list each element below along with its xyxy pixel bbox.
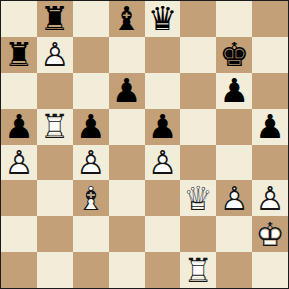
- black-bishop-piece[interactable]: ♝: [109, 1, 145, 37]
- white-rook-piece[interactable]: ♜♖: [180, 252, 216, 288]
- piece-outline: ♙: [1, 145, 37, 181]
- square-g4[interactable]: [216, 145, 252, 181]
- square-a4[interactable]: ♟♙: [1, 145, 37, 181]
- square-f8[interactable]: [180, 1, 216, 37]
- piece-solid: ♜: [1, 37, 37, 73]
- white-queen-piece[interactable]: ♛♕: [180, 180, 216, 216]
- square-b4[interactable]: [37, 145, 73, 181]
- square-a7[interactable]: ♜: [1, 37, 37, 73]
- square-e4[interactable]: ♟♙: [145, 145, 181, 181]
- piece-outline: ♙: [37, 37, 73, 73]
- square-g3[interactable]: ♟♙: [216, 180, 252, 216]
- piece-solid: ♟: [145, 109, 181, 145]
- piece-outline: ♙: [216, 180, 252, 216]
- piece-outline: ♕: [180, 180, 216, 216]
- square-d7[interactable]: [109, 37, 145, 73]
- piece-outline: ♙: [73, 145, 109, 181]
- square-h4[interactable]: [252, 145, 288, 181]
- square-a8[interactable]: [1, 1, 37, 37]
- square-b3[interactable]: [37, 180, 73, 216]
- square-b2[interactable]: [37, 216, 73, 252]
- piece-outline: ♖: [37, 109, 73, 145]
- piece-solid: ♟: [216, 73, 252, 109]
- square-g2[interactable]: [216, 216, 252, 252]
- square-a1[interactable]: [1, 252, 37, 288]
- square-h5[interactable]: ♟: [252, 109, 288, 145]
- square-h8[interactable]: [252, 1, 288, 37]
- square-f5[interactable]: [180, 109, 216, 145]
- square-h7[interactable]: [252, 37, 288, 73]
- white-pawn-piece[interactable]: ♟♙: [73, 145, 109, 181]
- chess-board: ♜♝♛♜♟♙♚♟♟♟♜♖♟♟♟♟♙♟♙♟♙♝♗♛♕♟♙♟♙♚♔♜♖: [0, 0, 289, 289]
- square-g5[interactable]: [216, 109, 252, 145]
- white-pawn-piece[interactable]: ♟♙: [145, 145, 181, 181]
- white-pawn-piece[interactable]: ♟♙: [37, 37, 73, 73]
- square-c8[interactable]: [73, 1, 109, 37]
- piece-solid: ♜: [37, 1, 73, 37]
- square-a5[interactable]: ♟: [1, 109, 37, 145]
- piece-outline: ♙: [252, 180, 288, 216]
- white-king-piece[interactable]: ♚♔: [252, 216, 288, 252]
- black-rook-piece[interactable]: ♜: [37, 1, 73, 37]
- square-c4[interactable]: ♟♙: [73, 145, 109, 181]
- piece-outline: ♖: [180, 252, 216, 288]
- square-b7[interactable]: ♟♙: [37, 37, 73, 73]
- white-pawn-piece[interactable]: ♟♙: [1, 145, 37, 181]
- square-f6[interactable]: [180, 73, 216, 109]
- square-e1[interactable]: [145, 252, 181, 288]
- square-b6[interactable]: [37, 73, 73, 109]
- square-f1[interactable]: ♜♖: [180, 252, 216, 288]
- square-e7[interactable]: [145, 37, 181, 73]
- square-c1[interactable]: [73, 252, 109, 288]
- white-bishop-piece[interactable]: ♝♗: [73, 180, 109, 216]
- square-a3[interactable]: [1, 180, 37, 216]
- square-b5[interactable]: ♜♖: [37, 109, 73, 145]
- black-pawn-piece[interactable]: ♟: [216, 73, 252, 109]
- piece-solid: ♝: [109, 1, 145, 37]
- square-d5[interactable]: [109, 109, 145, 145]
- square-b1[interactable]: [37, 252, 73, 288]
- white-rook-piece[interactable]: ♜♖: [37, 109, 73, 145]
- piece-solid: ♟: [252, 109, 288, 145]
- square-a6[interactable]: [1, 73, 37, 109]
- black-pawn-piece[interactable]: ♟: [1, 109, 37, 145]
- square-b8[interactable]: ♜: [37, 1, 73, 37]
- black-pawn-piece[interactable]: ♟: [252, 109, 288, 145]
- piece-solid: ♛: [145, 1, 181, 37]
- square-f3[interactable]: ♛♕: [180, 180, 216, 216]
- square-c7[interactable]: [73, 37, 109, 73]
- square-e2[interactable]: [145, 216, 181, 252]
- square-a2[interactable]: [1, 216, 37, 252]
- piece-solid: ♟: [1, 109, 37, 145]
- square-h1[interactable]: [252, 252, 288, 288]
- black-king-piece[interactable]: ♚: [216, 37, 252, 73]
- black-pawn-piece[interactable]: ♟: [73, 109, 109, 145]
- square-d1[interactable]: [109, 252, 145, 288]
- piece-solid: ♟: [109, 73, 145, 109]
- square-c3[interactable]: ♝♗: [73, 180, 109, 216]
- piece-outline: ♔: [252, 216, 288, 252]
- square-d8[interactable]: ♝: [109, 1, 145, 37]
- square-h6[interactable]: [252, 73, 288, 109]
- black-rook-piece[interactable]: ♜: [1, 37, 37, 73]
- square-g1[interactable]: [216, 252, 252, 288]
- square-g7[interactable]: ♚: [216, 37, 252, 73]
- square-h2[interactable]: ♚♔: [252, 216, 288, 252]
- black-pawn-piece[interactable]: ♟: [109, 73, 145, 109]
- piece-solid: ♟: [73, 109, 109, 145]
- square-f7[interactable]: [180, 37, 216, 73]
- square-e5[interactable]: ♟: [145, 109, 181, 145]
- square-e6[interactable]: [145, 73, 181, 109]
- piece-outline: ♙: [145, 145, 181, 181]
- square-e3[interactable]: [145, 180, 181, 216]
- square-d3[interactable]: [109, 180, 145, 216]
- square-h3[interactable]: ♟♙: [252, 180, 288, 216]
- white-pawn-piece[interactable]: ♟♙: [252, 180, 288, 216]
- piece-outline: ♗: [73, 180, 109, 216]
- square-g6[interactable]: ♟: [216, 73, 252, 109]
- square-c6[interactable]: [73, 73, 109, 109]
- square-d2[interactable]: [109, 216, 145, 252]
- white-pawn-piece[interactable]: ♟♙: [216, 180, 252, 216]
- square-c2[interactable]: [73, 216, 109, 252]
- square-d4[interactable]: [109, 145, 145, 181]
- square-f2[interactable]: [180, 216, 216, 252]
- square-g8[interactable]: [216, 1, 252, 37]
- square-f4[interactable]: [180, 145, 216, 181]
- black-pawn-piece[interactable]: ♟: [145, 109, 181, 145]
- black-queen-piece[interactable]: ♛: [145, 1, 181, 37]
- square-e8[interactable]: ♛: [145, 1, 181, 37]
- square-d6[interactable]: ♟: [109, 73, 145, 109]
- piece-solid: ♚: [216, 37, 252, 73]
- square-c5[interactable]: ♟: [73, 109, 109, 145]
